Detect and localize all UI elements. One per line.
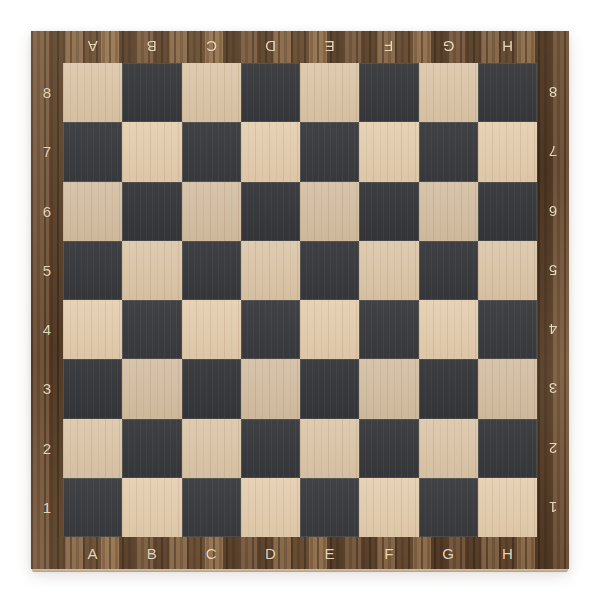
square-d1[interactable] (241, 478, 300, 537)
square-a5[interactable] (63, 241, 122, 300)
square-b7[interactable] (122, 122, 181, 181)
square-a3[interactable] (63, 359, 122, 418)
rank-label-left-8: 8 (31, 63, 63, 122)
file-label-bottom-e: E (300, 537, 359, 569)
square-g8[interactable] (419, 63, 478, 122)
rank-label-right-6: 6 (537, 182, 569, 241)
rank-label-left-7: 7 (31, 122, 63, 181)
square-h8[interactable] (478, 63, 537, 122)
rank-label-left-3: 3 (31, 359, 63, 418)
square-e3[interactable] (300, 359, 359, 418)
square-e4[interactable] (300, 300, 359, 359)
square-e2[interactable] (300, 419, 359, 478)
square-e1[interactable] (300, 478, 359, 537)
square-e6[interactable] (300, 182, 359, 241)
square-e8[interactable] (300, 63, 359, 122)
square-g6[interactable] (419, 182, 478, 241)
square-f5[interactable] (359, 241, 418, 300)
square-a8[interactable] (63, 63, 122, 122)
square-c4[interactable] (182, 300, 241, 359)
file-label-top-d: D (241, 31, 300, 63)
rank-label-right-1: 1 (537, 478, 569, 537)
square-g5[interactable] (419, 241, 478, 300)
square-f8[interactable] (359, 63, 418, 122)
file-label-top-b: B (122, 31, 181, 63)
rank-labels-left: 87654321 (31, 63, 63, 537)
square-g4[interactable] (419, 300, 478, 359)
square-f3[interactable] (359, 359, 418, 418)
square-h4[interactable] (478, 300, 537, 359)
file-label-bottom-c: C (182, 537, 241, 569)
rank-label-right-4: 4 (537, 300, 569, 359)
file-label-bottom-f: F (359, 537, 418, 569)
square-a4[interactable] (63, 300, 122, 359)
rank-label-right-3: 3 (537, 359, 569, 418)
rank-label-right-2: 2 (537, 419, 569, 478)
rank-label-left-6: 6 (31, 182, 63, 241)
file-label-bottom-h: H (478, 537, 537, 569)
square-d7[interactable] (241, 122, 300, 181)
file-label-bottom-d: D (241, 537, 300, 569)
rank-label-left-2: 2 (31, 419, 63, 478)
square-c2[interactable] (182, 419, 241, 478)
square-c5[interactable] (182, 241, 241, 300)
square-b5[interactable] (122, 241, 181, 300)
square-f2[interactable] (359, 419, 418, 478)
square-f1[interactable] (359, 478, 418, 537)
square-c6[interactable] (182, 182, 241, 241)
square-b8[interactable] (122, 63, 181, 122)
square-d4[interactable] (241, 300, 300, 359)
square-b6[interactable] (122, 182, 181, 241)
square-d6[interactable] (241, 182, 300, 241)
square-a6[interactable] (63, 182, 122, 241)
square-e5[interactable] (300, 241, 359, 300)
square-g7[interactable] (419, 122, 478, 181)
file-label-bottom-a: A (63, 537, 122, 569)
file-label-bottom-g: G (419, 537, 478, 569)
square-h7[interactable] (478, 122, 537, 181)
file-label-top-f: F (359, 31, 418, 63)
square-f7[interactable] (359, 122, 418, 181)
square-c1[interactable] (182, 478, 241, 537)
square-h1[interactable] (478, 478, 537, 537)
square-d2[interactable] (241, 419, 300, 478)
file-label-top-a: A (63, 31, 122, 63)
file-label-top-g: G (419, 31, 478, 63)
rank-label-right-8: 8 (537, 63, 569, 122)
square-a2[interactable] (63, 419, 122, 478)
square-g1[interactable] (419, 478, 478, 537)
board-squares (63, 63, 537, 537)
square-c8[interactable] (182, 63, 241, 122)
square-d8[interactable] (241, 63, 300, 122)
square-b4[interactable] (122, 300, 181, 359)
rank-label-left-4: 4 (31, 300, 63, 359)
chess-board: ABCDEFGH ABCDEFGH 87654321 87654321 (31, 31, 569, 569)
file-labels-bottom: ABCDEFGH (63, 537, 537, 569)
square-d3[interactable] (241, 359, 300, 418)
square-f4[interactable] (359, 300, 418, 359)
square-a7[interactable] (63, 122, 122, 181)
rank-label-right-5: 5 (537, 241, 569, 300)
file-label-top-c: C (182, 31, 241, 63)
square-b3[interactable] (122, 359, 181, 418)
square-h2[interactable] (478, 419, 537, 478)
square-g2[interactable] (419, 419, 478, 478)
square-h3[interactable] (478, 359, 537, 418)
rank-label-right-7: 7 (537, 122, 569, 181)
square-f6[interactable] (359, 182, 418, 241)
square-h6[interactable] (478, 182, 537, 241)
rank-label-left-5: 5 (31, 241, 63, 300)
square-h5[interactable] (478, 241, 537, 300)
photo-background: ABCDEFGH ABCDEFGH 87654321 87654321 (0, 0, 600, 600)
square-g3[interactable] (419, 359, 478, 418)
file-label-top-e: E (300, 31, 359, 63)
square-b1[interactable] (122, 478, 181, 537)
square-c7[interactable] (182, 122, 241, 181)
file-labels-top: ABCDEFGH (63, 31, 537, 63)
square-d5[interactable] (241, 241, 300, 300)
square-c3[interactable] (182, 359, 241, 418)
rank-label-left-1: 1 (31, 478, 63, 537)
file-label-top-h: H (478, 31, 537, 63)
square-a1[interactable] (63, 478, 122, 537)
square-b2[interactable] (122, 419, 181, 478)
square-e7[interactable] (300, 122, 359, 181)
file-label-bottom-b: B (122, 537, 181, 569)
rank-labels-right: 87654321 (537, 63, 569, 537)
